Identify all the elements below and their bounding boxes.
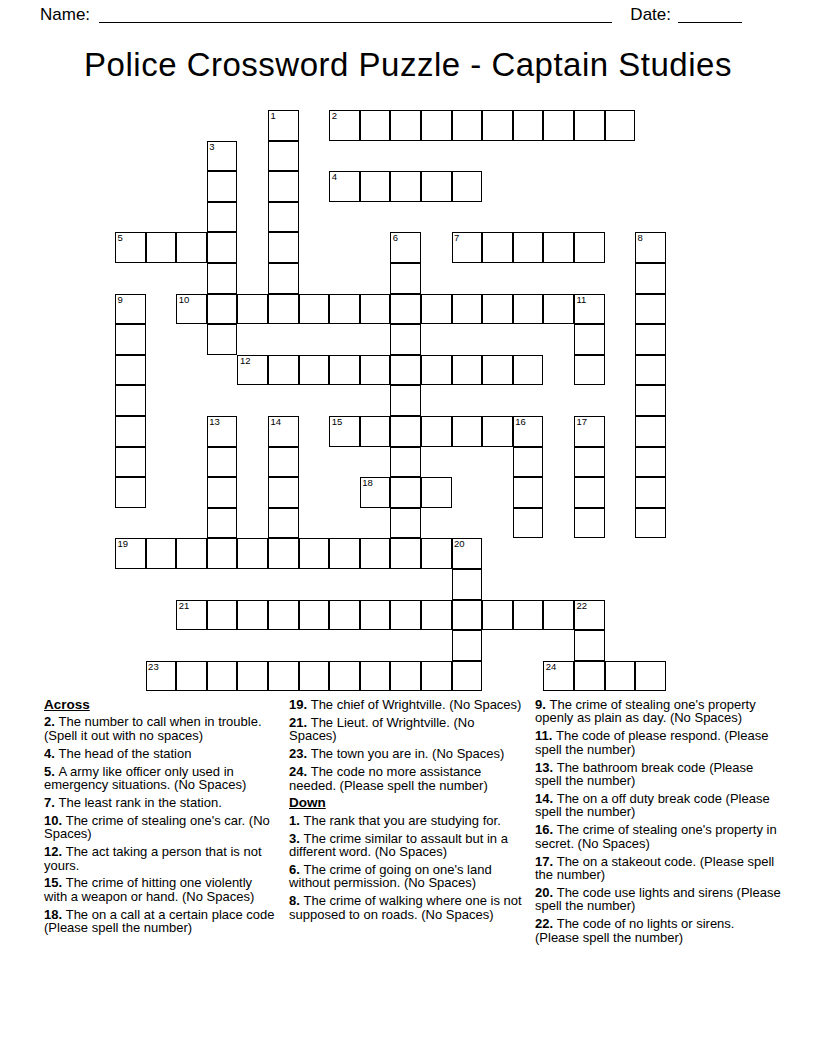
cell-12-0[interactable] [115, 477, 146, 508]
cell-12-5[interactable] [268, 477, 299, 508]
cell-4-0[interactable]: 5 [115, 232, 146, 263]
cell-10-5[interactable]: 14 [268, 416, 299, 447]
cell-8-13[interactable] [513, 355, 544, 386]
cell-16-3[interactable] [207, 600, 238, 631]
cell-18-14[interactable]: 24 [543, 661, 574, 692]
cell-2-9[interactable] [390, 171, 421, 202]
cell-number-16: 16 [515, 416, 526, 427]
clue-text: The on a off duty break code (Please spe… [535, 791, 770, 819]
cell-number-13: 13 [209, 416, 220, 427]
cell-number-6: 6 [393, 232, 398, 243]
clue-text: The chief of Wrightville. (No Spaces) [311, 697, 522, 712]
cell-4-15[interactable] [574, 232, 605, 263]
cell-10-13[interactable]: 16 [513, 416, 544, 447]
cell-11-0[interactable] [115, 447, 146, 478]
cell-4-9[interactable]: 6 [390, 232, 421, 263]
down-header: Down [289, 796, 522, 809]
clue-text: The crime similar to assault but in a di… [289, 831, 508, 859]
cell-10-9[interactable] [390, 416, 421, 447]
cell-16-8[interactable] [360, 600, 391, 631]
down-clue-6: 6. The crime of going on one's land with… [289, 863, 522, 890]
cell-16-10[interactable] [421, 600, 452, 631]
cell-14-2[interactable] [176, 538, 207, 569]
cell-number-1: 1 [270, 110, 275, 121]
cell-6-8[interactable] [360, 294, 391, 325]
cell-6-7[interactable] [329, 294, 360, 325]
cell-5-5[interactable] [268, 263, 299, 294]
clue-text: The crime of going on one's land without… [289, 862, 492, 890]
cell-4-2[interactable] [176, 232, 207, 263]
cell-number-18: 18 [362, 477, 373, 488]
cell-number-21: 21 [179, 600, 190, 611]
clue-text: The Lieut. of Wrightville. (No Spaces) [289, 715, 474, 743]
down-clue-16: 16. The crime of stealing one's property… [535, 823, 782, 850]
cell-6-15[interactable]: 11 [574, 294, 605, 325]
cell-14-10[interactable] [421, 538, 452, 569]
cell-14-8[interactable] [360, 538, 391, 569]
cell-4-13[interactable] [513, 232, 544, 263]
clue-text: The on a stakeout code. (Please spell th… [535, 854, 774, 882]
across-clue-12: 12. The act taking a person that is not … [44, 845, 276, 872]
cell-4-12[interactable] [482, 232, 513, 263]
cell-13-5[interactable] [268, 508, 299, 539]
down-clue-8: 8. The crime of walking where one is not… [289, 894, 522, 921]
cell-12-9[interactable] [390, 477, 421, 508]
cell-8-17[interactable] [635, 355, 666, 386]
cell-5-9[interactable] [390, 263, 421, 294]
cell-number-3: 3 [209, 141, 214, 152]
clue-text: A army like officer only used in emergen… [44, 764, 246, 792]
cell-16-11[interactable] [452, 600, 483, 631]
clue-text: The on a call at a certain place code (P… [44, 907, 275, 935]
cell-13-9[interactable] [390, 508, 421, 539]
clue-text: The crime of walking where one is not su… [289, 893, 522, 921]
cell-0-10[interactable] [421, 110, 452, 141]
cell-8-0[interactable] [115, 355, 146, 386]
cell-4-17[interactable]: 8 [635, 232, 666, 263]
cell-18-7[interactable] [329, 661, 360, 692]
cell-18-11[interactable] [452, 661, 483, 692]
cell-11-17[interactable] [635, 447, 666, 478]
cell-number-23: 23 [148, 661, 159, 672]
cell-0-15[interactable] [574, 110, 605, 141]
cell-18-17[interactable] [635, 661, 666, 692]
down-clue-9: 9. The crime of stealing one's property … [535, 698, 782, 725]
clue-number: 1. [289, 813, 303, 828]
cell-14-9[interactable] [390, 538, 421, 569]
cell-4-3[interactable] [207, 232, 238, 263]
across-clue-19: 19. The chief of Wrightville. (No Spaces… [289, 698, 522, 711]
cell-6-14[interactable] [543, 294, 574, 325]
down-clue-17: 17. The on a stakeout code. (Please spel… [535, 855, 782, 882]
cell-number-14: 14 [270, 416, 281, 427]
cell-14-3[interactable] [207, 538, 238, 569]
cell-11-9[interactable] [390, 447, 421, 478]
cell-0-16[interactable] [605, 110, 636, 141]
cell-number-7: 7 [454, 232, 459, 243]
cell-0-13[interactable] [513, 110, 544, 141]
cell-6-4[interactable] [237, 294, 268, 325]
cell-4-5[interactable] [268, 232, 299, 263]
cell-2-11[interactable] [452, 171, 483, 202]
cell-12-10[interactable] [421, 477, 452, 508]
cell-6-3[interactable] [207, 294, 238, 325]
cell-8-15[interactable] [574, 355, 605, 386]
cell-16-5[interactable] [268, 600, 299, 631]
cell-7-15[interactable] [574, 324, 605, 355]
cell-3-3[interactable] [207, 202, 238, 233]
clue-text: The code of please respond. (Please spel… [535, 728, 768, 756]
clue-column-0: Across2. The number to call when in trou… [44, 698, 276, 949]
clue-text: The head of the station [58, 746, 191, 761]
cell-14-7[interactable] [329, 538, 360, 569]
cell-number-10: 10 [179, 294, 190, 305]
name-label: Name: [40, 5, 90, 25]
cell-number-5: 5 [118, 232, 123, 243]
date-label: Date: [630, 5, 671, 25]
cell-9-9[interactable] [390, 385, 421, 416]
worksheet-page: Name: Date: Police Crossword Puzzle - Ca… [0, 0, 816, 1056]
clue-number: 23. [289, 746, 311, 761]
cell-number-19: 19 [118, 538, 129, 549]
clue-text: The act taking a person that is not your… [44, 844, 262, 872]
cell-0-14[interactable] [543, 110, 574, 141]
cell-2-8[interactable] [360, 171, 391, 202]
cell-16-4[interactable] [237, 600, 268, 631]
clue-text: The least rank in the station. [58, 795, 221, 810]
cell-18-8[interactable] [360, 661, 391, 692]
cell-18-16[interactable] [605, 661, 636, 692]
down-clue-3: 3. The crime similar to assault but in a… [289, 832, 522, 859]
clue-text: The town you are in. (No Spaces) [311, 746, 505, 761]
cell-12-3[interactable] [207, 477, 238, 508]
cell-8-10[interactable] [421, 355, 452, 386]
cell-4-1[interactable] [146, 232, 177, 263]
cell-10-7[interactable]: 15 [329, 416, 360, 447]
cell-13-13[interactable] [513, 508, 544, 539]
cell-18-15[interactable] [574, 661, 605, 692]
down-clue-11: 11. The code of please respond. (Please … [535, 729, 782, 756]
cell-1-5[interactable] [268, 141, 299, 172]
cell-number-4: 4 [332, 171, 337, 182]
cell-14-11[interactable]: 20 [452, 538, 483, 569]
cell-10-12[interactable] [482, 416, 513, 447]
cell-6-12[interactable] [482, 294, 513, 325]
cell-3-5[interactable] [268, 202, 299, 233]
cell-7-9[interactable] [390, 324, 421, 355]
cell-5-3[interactable] [207, 263, 238, 294]
cell-2-7[interactable]: 4 [329, 171, 360, 202]
cell-10-3[interactable]: 13 [207, 416, 238, 447]
cell-18-10[interactable] [421, 661, 452, 692]
cell-number-20: 20 [454, 538, 465, 549]
clue-text: The code of no lights or sirens. (Please… [535, 916, 734, 944]
cell-18-1[interactable]: 23 [146, 661, 177, 692]
cell-number-12: 12 [240, 355, 251, 366]
cell-0-12[interactable] [482, 110, 513, 141]
cell-18-6[interactable] [299, 661, 330, 692]
cell-number-22: 22 [576, 600, 587, 611]
date-blank-line[interactable] [678, 7, 742, 23]
across-clue-18: 18. The on a call at a certain place cod… [44, 908, 276, 935]
clue-text: The crime of stealing one's car. (No Spa… [44, 813, 270, 841]
cell-6-17[interactable] [635, 294, 666, 325]
cell-number-15: 15 [332, 416, 343, 427]
cell-7-0[interactable] [115, 324, 146, 355]
cell-6-13[interactable] [513, 294, 544, 325]
clue-text: The crime of stealing one's property in … [535, 822, 777, 850]
cell-11-13[interactable] [513, 447, 544, 478]
cell-0-11[interactable] [452, 110, 483, 141]
cell-12-15[interactable] [574, 477, 605, 508]
cell-10-8[interactable] [360, 416, 391, 447]
cell-11-3[interactable] [207, 447, 238, 478]
cell-number-8: 8 [638, 232, 643, 243]
cell-12-17[interactable] [635, 477, 666, 508]
cell-number-11: 11 [576, 294, 586, 305]
cell-16-6[interactable] [299, 600, 330, 631]
cell-5-17[interactable] [635, 263, 666, 294]
down-clue-13: 13. The bathroom break code (Please spel… [535, 761, 782, 788]
cell-18-5[interactable] [268, 661, 299, 692]
page-title: Police Crossword Puzzle - Captain Studie… [0, 46, 816, 84]
clue-text: The bathroom break code (Please spell th… [535, 760, 753, 788]
cell-6-11[interactable] [452, 294, 483, 325]
cell-6-0[interactable]: 9 [115, 294, 146, 325]
cell-13-15[interactable] [574, 508, 605, 539]
cell-0-5[interactable]: 1 [268, 110, 299, 141]
clue-number: 19. [289, 697, 311, 712]
across-clue-10: 10. The crime of stealing one's car. (No… [44, 814, 276, 841]
clue-text: The code no more assistance needed. (Ple… [289, 764, 488, 792]
cell-4-11[interactable]: 7 [452, 232, 483, 263]
cell-8-5[interactable] [268, 355, 299, 386]
down-clue-14: 14. The on a off duty break code (Please… [535, 792, 782, 819]
cell-14-4[interactable] [237, 538, 268, 569]
clue-column-1: 19. The chief of Wrightville. (No Spaces… [289, 698, 522, 949]
cell-2-3[interactable] [207, 171, 238, 202]
across-clue-5: 5. A army like officer only used in emer… [44, 765, 276, 792]
across-clue-23: 23. The town you are in. (No Spaces) [289, 747, 522, 760]
cell-14-1[interactable] [146, 538, 177, 569]
cell-16-13[interactable] [513, 600, 544, 631]
cell-8-7[interactable] [329, 355, 360, 386]
cell-11-15[interactable] [574, 447, 605, 478]
down-clue-20: 20. The code use lights and sirens (Plea… [535, 886, 782, 913]
cell-10-11[interactable] [452, 416, 483, 447]
cell-8-8[interactable] [360, 355, 391, 386]
cell-2-10[interactable] [421, 171, 452, 202]
cell-0-7[interactable]: 2 [329, 110, 360, 141]
cell-9-17[interactable] [635, 385, 666, 416]
cell-6-9[interactable] [390, 294, 421, 325]
across-clue-15: 15. The crime of hitting one violently w… [44, 876, 276, 903]
cell-16-7[interactable] [329, 600, 360, 631]
cell-13-3[interactable] [207, 508, 238, 539]
crossword-grid: 123456789101112131415161718192021222324 [115, 110, 666, 691]
across-header: Across [44, 698, 276, 711]
across-clue-2: 2. The number to call when in trouble. (… [44, 715, 276, 742]
down-clue-1: 1. The rank that you are studying for. [289, 814, 522, 827]
cell-14-0[interactable]: 19 [115, 538, 146, 569]
cell-8-4[interactable]: 12 [237, 355, 268, 386]
across-clue-24: 24. The code no more assistance needed. … [289, 765, 522, 792]
clue-text: The crime of stealing one's property ope… [535, 697, 756, 725]
worksheet-header: Name: Date: [40, 5, 742, 25]
cell-7-3[interactable] [207, 324, 238, 355]
across-clue-4: 4. The head of the station [44, 747, 276, 760]
cell-18-4[interactable] [237, 661, 268, 692]
down-clue-22: 22. The code of no lights or sirens. (Pl… [535, 917, 782, 944]
clue-text: The code use lights and sirens (Please s… [535, 885, 781, 913]
cell-11-5[interactable] [268, 447, 299, 478]
cell-10-15[interactable]: 17 [574, 416, 605, 447]
cell-number-9: 9 [118, 294, 123, 305]
cell-8-6[interactable] [299, 355, 330, 386]
cell-15-11[interactable] [452, 569, 483, 600]
clue-text: The crime of hitting one violently with … [44, 875, 254, 903]
clue-text: The number to call when in trouble. (Spe… [44, 714, 262, 742]
clue-list: Across2. The number to call when in trou… [44, 698, 782, 949]
cell-16-2[interactable]: 21 [176, 600, 207, 631]
cell-8-12[interactable] [482, 355, 513, 386]
cell-number-2: 2 [332, 110, 337, 121]
cell-0-8[interactable] [360, 110, 391, 141]
cell-2-5[interactable] [268, 171, 299, 202]
cell-16-9[interactable] [390, 600, 421, 631]
clue-text: The rank that you are studying for. [303, 813, 500, 828]
cell-1-3[interactable]: 3 [207, 141, 238, 172]
cell-14-6[interactable] [299, 538, 330, 569]
cell-number-24: 24 [546, 661, 557, 672]
across-clue-7: 7. The least rank in the station. [44, 796, 276, 809]
cell-18-3[interactable] [207, 661, 238, 692]
cell-12-13[interactable] [513, 477, 544, 508]
cell-18-9[interactable] [390, 661, 421, 692]
cell-10-10[interactable] [421, 416, 452, 447]
cell-7-17[interactable] [635, 324, 666, 355]
cell-14-5[interactable] [268, 538, 299, 569]
cell-4-14[interactable] [543, 232, 574, 263]
clue-number: 7. [44, 795, 58, 810]
cell-6-2[interactable]: 10 [176, 294, 207, 325]
cell-6-10[interactable] [421, 294, 452, 325]
cell-10-0[interactable] [115, 416, 146, 447]
cell-17-11[interactable] [452, 630, 483, 661]
name-blank-line[interactable] [99, 7, 612, 23]
cell-10-17[interactable] [635, 416, 666, 447]
cell-6-6[interactable] [299, 294, 330, 325]
cell-8-9[interactable] [390, 355, 421, 386]
cell-6-5[interactable] [268, 294, 299, 325]
cell-8-11[interactable] [452, 355, 483, 386]
cell-0-9[interactable] [390, 110, 421, 141]
cell-17-15[interactable] [574, 630, 605, 661]
cell-16-12[interactable] [482, 600, 513, 631]
cell-9-0[interactable] [115, 385, 146, 416]
cell-16-14[interactable] [543, 600, 574, 631]
cell-18-2[interactable] [176, 661, 207, 692]
cell-12-8[interactable]: 18 [360, 477, 391, 508]
cell-13-17[interactable] [635, 508, 666, 539]
across-clue-21: 21. The Lieut. of Wrightville. (No Space… [289, 716, 522, 743]
cell-number-17: 17 [576, 416, 587, 427]
cell-16-15[interactable]: 22 [574, 600, 605, 631]
clue-column-2: 9. The crime of stealing one's property … [535, 698, 782, 949]
clue-number: 4. [44, 746, 58, 761]
